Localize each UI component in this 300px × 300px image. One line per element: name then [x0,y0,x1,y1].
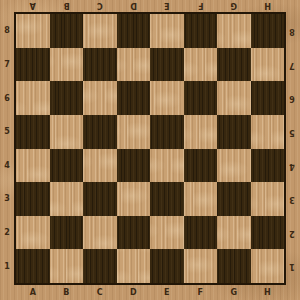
rank-label-6-right: 6 [285,81,299,115]
square-e3[interactable] [150,182,184,216]
chess-board [14,12,286,285]
square-c1[interactable] [83,249,117,283]
file-label-d-bottom: D [117,285,151,299]
square-d1[interactable] [117,249,151,283]
file-label-g-bottom: G [217,285,251,299]
chess-board-frame: ABCDEFGH 87654321 87654321 ABCDEFGH [0,0,300,300]
square-b3[interactable] [50,182,84,216]
square-d3[interactable] [117,182,151,216]
square-g5[interactable] [217,115,251,149]
rank-labels-right: 87654321 [285,14,299,283]
square-e8[interactable] [150,14,184,48]
file-label-e-bottom: E [150,285,184,299]
square-e4[interactable] [150,149,184,183]
file-label-a-top: A [16,0,50,12]
square-g7[interactable] [217,48,251,82]
rank-label-8-left: 8 [0,14,14,48]
square-c4[interactable] [83,149,117,183]
rank-label-4-right: 4 [285,149,299,183]
square-f4[interactable] [184,149,218,183]
square-h3[interactable] [251,182,285,216]
rank-label-7-right: 7 [285,48,299,82]
square-h8[interactable] [251,14,285,48]
file-label-e-top: E [150,0,184,12]
square-f7[interactable] [184,48,218,82]
square-h7[interactable] [251,48,285,82]
square-b7[interactable] [50,48,84,82]
rank-label-6-left: 6 [0,81,14,115]
file-labels-top: ABCDEFGH [16,0,284,12]
square-e5[interactable] [150,115,184,149]
square-c8[interactable] [83,14,117,48]
square-a8[interactable] [16,14,50,48]
square-f5[interactable] [184,115,218,149]
square-c7[interactable] [83,48,117,82]
file-label-f-top: F [184,0,218,12]
file-label-b-bottom: B [50,285,84,299]
square-h2[interactable] [251,216,285,250]
square-g3[interactable] [217,182,251,216]
file-label-g-top: G [217,0,251,12]
square-h5[interactable] [251,115,285,149]
file-label-d-top: D [117,0,151,12]
square-g1[interactable] [217,249,251,283]
square-h4[interactable] [251,149,285,183]
rank-label-3-right: 3 [285,182,299,216]
square-g6[interactable] [217,81,251,115]
square-f3[interactable] [184,182,218,216]
square-f8[interactable] [184,14,218,48]
rank-label-2-left: 2 [0,216,14,250]
square-a3[interactable] [16,182,50,216]
square-a2[interactable] [16,216,50,250]
square-e2[interactable] [150,216,184,250]
square-c6[interactable] [83,81,117,115]
square-d2[interactable] [117,216,151,250]
rank-label-5-left: 5 [0,115,14,149]
square-c2[interactable] [83,216,117,250]
rank-label-2-right: 2 [285,216,299,250]
rank-label-3-left: 3 [0,182,14,216]
file-labels-bottom: ABCDEFGH [16,285,284,299]
square-b1[interactable] [50,249,84,283]
rank-label-4-left: 4 [0,149,14,183]
square-e6[interactable] [150,81,184,115]
file-label-f-bottom: F [184,285,218,299]
square-g8[interactable] [217,14,251,48]
square-d6[interactable] [117,81,151,115]
file-label-b-top: B [50,0,84,12]
rank-label-5-right: 5 [285,115,299,149]
file-label-a-bottom: A [16,285,50,299]
square-b8[interactable] [50,14,84,48]
square-g2[interactable] [217,216,251,250]
square-d7[interactable] [117,48,151,82]
rank-label-8-right: 8 [285,14,299,48]
square-c3[interactable] [83,182,117,216]
square-a5[interactable] [16,115,50,149]
square-e1[interactable] [150,249,184,283]
file-label-c-bottom: C [83,285,117,299]
square-b2[interactable] [50,216,84,250]
square-a7[interactable] [16,48,50,82]
square-a1[interactable] [16,249,50,283]
file-label-h-top: H [251,0,285,12]
square-d5[interactable] [117,115,151,149]
square-b6[interactable] [50,81,84,115]
square-d8[interactable] [117,14,151,48]
square-a6[interactable] [16,81,50,115]
file-label-h-bottom: H [251,285,285,299]
rank-label-1-left: 1 [0,249,14,283]
file-label-c-top: C [83,0,117,12]
square-f1[interactable] [184,249,218,283]
square-f6[interactable] [184,81,218,115]
square-e7[interactable] [150,48,184,82]
square-h1[interactable] [251,249,285,283]
rank-label-1-right: 1 [285,249,299,283]
rank-labels-left: 87654321 [0,14,14,283]
square-g4[interactable] [217,149,251,183]
rank-label-7-left: 7 [0,48,14,82]
square-b5[interactable] [50,115,84,149]
square-b4[interactable] [50,149,84,183]
square-h6[interactable] [251,81,285,115]
square-c5[interactable] [83,115,117,149]
square-a4[interactable] [16,149,50,183]
square-f2[interactable] [184,216,218,250]
square-d4[interactable] [117,149,151,183]
